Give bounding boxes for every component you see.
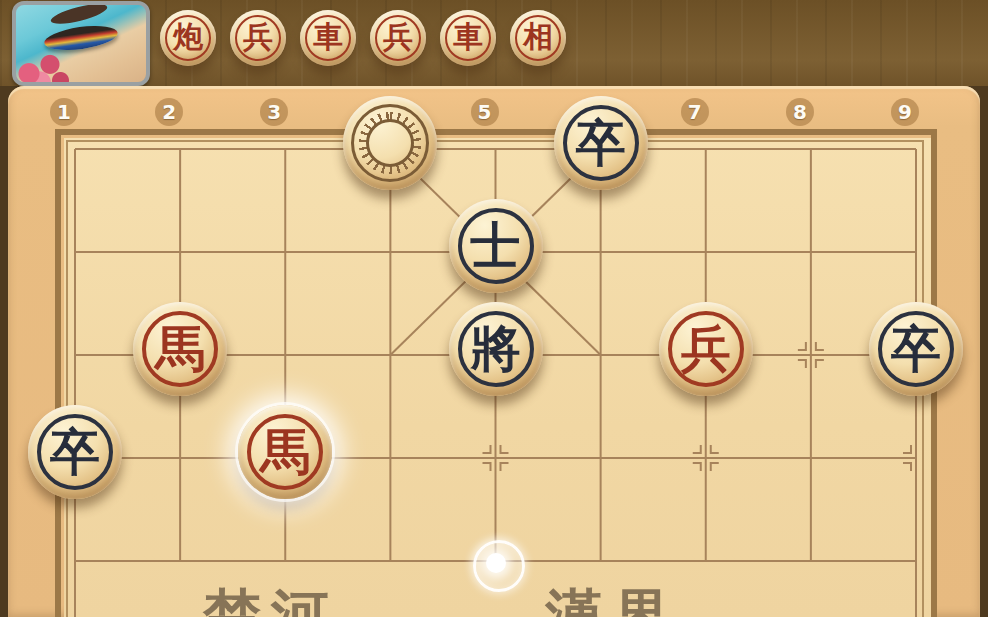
column-label-2: 2: [155, 98, 183, 126]
piece-black-卒[interactable]: 卒: [869, 302, 963, 396]
piece-character: 馬: [238, 405, 332, 499]
piece-character: 士: [449, 199, 543, 293]
piece-character: 將: [449, 302, 543, 396]
piece-character: 卒: [554, 96, 648, 190]
piece-character: 馬: [133, 302, 227, 396]
river-text-right: 漢界: [545, 578, 681, 617]
piece-red-馬[interactable]: 馬: [133, 302, 227, 396]
move-indicator-dot[interactable]: [486, 553, 506, 573]
column-label-9: 9: [891, 98, 919, 126]
piece-facedown[interactable]: [343, 96, 437, 190]
column-label-8: 8: [786, 98, 814, 126]
piece-black-將[interactable]: 將: [449, 302, 543, 396]
piece-black-卒[interactable]: 卒: [28, 405, 122, 499]
column-label-5: 5: [471, 98, 499, 126]
piece-red-兵[interactable]: 兵: [659, 302, 753, 396]
river-text-left: 楚河: [203, 578, 339, 617]
piece-black-士[interactable]: 士: [449, 199, 543, 293]
column-label-1: 1: [50, 98, 78, 126]
app-screen: 炮 兵 車 兵 車 相 123456789 楚河 漢界 卒 士 馬: [0, 0, 988, 617]
column-label-7: 7: [681, 98, 709, 126]
piece-character: 卒: [869, 302, 963, 396]
piece-black-卒[interactable]: 卒: [554, 96, 648, 190]
piece-character: 兵: [659, 302, 753, 396]
piece-red-馬[interactable]: 馬: [238, 405, 332, 499]
piece-character: 卒: [28, 405, 122, 499]
